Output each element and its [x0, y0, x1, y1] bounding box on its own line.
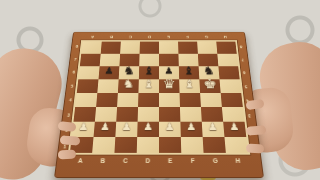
- square-d3: [138, 107, 159, 122]
- square-a3: [73, 107, 96, 122]
- piece-white-pawn-f2: ♟: [186, 122, 197, 132]
- piece-black-pawn-b6: ♟: [104, 66, 114, 75]
- square-f2: ♟: [180, 122, 202, 137]
- right-hand-finger: [246, 143, 265, 153]
- piece-white-pawn-c2: ♟: [121, 122, 132, 132]
- rank-label-right-8: 8: [237, 40, 245, 52]
- square-f5: ♝: [179, 79, 200, 93]
- piece-black-bishop-d6: ♝: [143, 65, 155, 76]
- rank-label-right-7: 7: [238, 53, 246, 66]
- square-b2: ♟: [94, 122, 117, 137]
- square-b4: [96, 93, 118, 107]
- square-a6: [78, 66, 99, 79]
- rank-label-right-5: 5: [241, 79, 250, 93]
- piece-white-pawn-e2: ♟: [165, 122, 175, 132]
- square-a5: [77, 79, 99, 93]
- piece-white-pawn-g2: ♟: [207, 122, 218, 132]
- piece-white-bishop-d5: ♝: [143, 78, 155, 89]
- left-hand-finger: [60, 135, 81, 145]
- piece-white-knight-c5: ♞: [122, 78, 134, 89]
- file-label-bottom-f: F: [181, 157, 204, 163]
- square-d4: [138, 93, 159, 107]
- piece-white-pawn-b2: ♟: [100, 122, 111, 132]
- square-a7: [80, 54, 101, 67]
- file-label-bottom-c: C: [114, 157, 137, 163]
- square-f1: [181, 137, 204, 153]
- square-a4: [75, 93, 97, 107]
- square-d1: [137, 137, 159, 153]
- piece-white-queen-e5: ♛: [162, 78, 176, 91]
- piece-black-pawn-e6: ♟: [164, 66, 173, 75]
- square-h7: [217, 54, 238, 67]
- square-h6: [218, 66, 239, 79]
- square-e4: [159, 93, 180, 107]
- piece-black-knight-c6: ♞: [123, 65, 135, 76]
- square-h8: [216, 42, 236, 54]
- file-label-top-f: F: [178, 35, 197, 39]
- file-label-bottom-e: E: [159, 157, 182, 163]
- square-c5: ♞: [118, 79, 139, 93]
- square-h3: [222, 107, 245, 122]
- piece-black-knight-g6: ♞: [203, 65, 215, 76]
- piece-white-king-g5: ♚: [203, 78, 217, 91]
- square-g3: [201, 107, 223, 122]
- file-label-bottom-h: H: [226, 157, 249, 163]
- square-a8: [81, 42, 101, 54]
- square-e2: ♟: [159, 122, 181, 137]
- right-hand-finger: [246, 125, 267, 135]
- square-e7: [159, 54, 179, 67]
- square-b8: [101, 42, 121, 54]
- piece-white-pawn-a2: ♟: [78, 122, 89, 132]
- square-h2: ♟: [223, 122, 246, 137]
- square-b7: [100, 54, 121, 67]
- chess-board: ABCDEFGH 87654321 ♟♞♝♟♝♞♞♝♛♝♚♟♟♟♟♟♟♟♟ 87…: [54, 32, 264, 178]
- square-e5: ♛: [159, 79, 180, 93]
- square-d8: [140, 42, 159, 54]
- board-grid: ♟♞♝♟♝♞♞♝♛♝♚♟♟♟♟♟♟♟♟: [68, 40, 251, 154]
- file-label-top-c: C: [121, 35, 140, 39]
- file-labels-bottom: ABCDEFGH: [68, 155, 249, 167]
- square-h1: [224, 137, 248, 153]
- file-label-bottom-b: B: [91, 157, 114, 163]
- left-hand-finger: [58, 149, 77, 159]
- piece-white-pawn-d2: ♟: [143, 122, 153, 132]
- file-label-top-h: H: [216, 35, 235, 39]
- square-g5: ♚: [199, 79, 220, 93]
- square-c4: [117, 93, 138, 107]
- file-label-top-b: B: [102, 35, 121, 39]
- file-label-bottom-d: D: [136, 157, 159, 163]
- square-c8: [120, 42, 140, 54]
- square-g2: ♟: [202, 122, 225, 137]
- square-g1: [203, 137, 226, 153]
- left-hand-finger: [58, 121, 77, 132]
- file-label-top-g: G: [197, 35, 216, 39]
- square-h5: [220, 79, 242, 93]
- piece-black-bishop-f6: ♝: [183, 65, 195, 76]
- square-c2: ♟: [115, 122, 137, 137]
- square-d5: ♝: [138, 79, 159, 93]
- square-e1: [159, 137, 181, 153]
- square-f3: [180, 107, 202, 122]
- square-b1: [92, 137, 115, 153]
- file-label-top-d: D: [140, 35, 159, 39]
- square-h4: [221, 93, 243, 107]
- square-c3: [116, 107, 138, 122]
- file-label-bottom-g: G: [204, 157, 227, 163]
- rank-label-right-6: 6: [240, 66, 249, 79]
- file-label-top-e: E: [159, 35, 178, 39]
- photo-frame: ABCDEFGH 87654321 ♟♞♝♟♝♞♞♝♛♝♚♟♟♟♟♟♟♟♟ 87…: [0, 0, 320, 180]
- piece-white-bishop-f5: ♝: [183, 78, 195, 89]
- square-f8: [178, 42, 198, 54]
- square-g4: [200, 93, 222, 107]
- square-e3: [159, 107, 180, 122]
- square-b5: [97, 79, 118, 93]
- square-g8: [197, 42, 217, 54]
- square-c1: [114, 137, 137, 153]
- square-b3: [95, 107, 117, 122]
- square-d2: ♟: [137, 122, 159, 137]
- piece-white-pawn-h2: ♟: [229, 122, 240, 132]
- square-e8: [159, 42, 178, 54]
- square-f4: [180, 93, 201, 107]
- square-b6: ♟: [98, 66, 119, 79]
- file-label-top-a: A: [83, 35, 102, 39]
